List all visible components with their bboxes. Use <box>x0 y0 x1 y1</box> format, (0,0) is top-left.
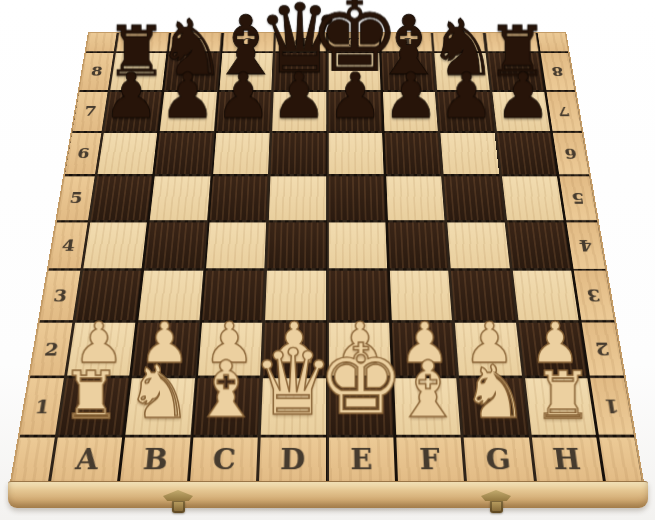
square-h1[interactable]: ♜ <box>525 378 596 434</box>
latch-hasp-icon <box>172 500 185 513</box>
rank-label-right-4: 4 <box>566 222 605 268</box>
file-label-bottom-f: F <box>396 437 464 482</box>
rank-label-right-1: 1 <box>590 378 634 434</box>
square-f4[interactable] <box>388 222 448 268</box>
piece-white-rook-h1[interactable]: ♜ <box>533 363 592 429</box>
piece-black-pawn-f7[interactable]: ♟ <box>383 64 439 127</box>
square-d6[interactable] <box>271 133 326 174</box>
square-f1[interactable]: ♝ <box>394 378 461 434</box>
square-e6[interactable] <box>328 133 383 174</box>
piece-black-pawn-d7[interactable]: ♟ <box>271 64 327 127</box>
piece-white-knight-g1[interactable]: ♞ <box>462 355 528 429</box>
square-g7[interactable]: ♟ <box>437 92 494 131</box>
square-e4[interactable] <box>328 222 387 268</box>
rank-label-right-7: 7 <box>547 92 582 131</box>
square-f7[interactable]: ♟ <box>383 92 438 131</box>
piece-white-king-e1[interactable]: ♚ <box>317 332 404 429</box>
border-corner-bottom-right <box>599 437 642 482</box>
piece-black-pawn-b7[interactable]: ♟ <box>159 64 215 127</box>
file-label-bottom-g: G <box>464 437 534 482</box>
photo-stage: ABCDEFGH8♜♞♝♛♚♝♞♜87♟♟♟♟♟♟♟♟7665544332♟♟♟… <box>0 0 655 520</box>
chess-board: ABCDEFGH8♜♞♝♛♚♝♞♜87♟♟♟♟♟♟♟♟7665544332♟♟♟… <box>12 33 642 482</box>
box-front-rail <box>8 481 648 508</box>
square-h4[interactable] <box>507 222 571 268</box>
piece-black-pawn-c7[interactable]: ♟ <box>215 64 271 127</box>
file-label-bottom-e: E <box>328 437 394 482</box>
piece-black-pawn-e7[interactable]: ♟ <box>327 64 383 127</box>
square-b1[interactable]: ♞ <box>126 378 195 434</box>
piece-white-rook-a1[interactable]: ♜ <box>62 363 121 429</box>
square-c6[interactable] <box>213 133 270 174</box>
latch-hasp-icon <box>490 500 503 513</box>
square-a4[interactable] <box>83 222 147 268</box>
square-e7[interactable]: ♟ <box>328 92 382 131</box>
piece-white-bishop-f1[interactable]: ♝ <box>393 351 463 429</box>
square-d5[interactable] <box>269 176 326 220</box>
square-g5[interactable] <box>444 176 504 220</box>
latch-plate-icon <box>481 490 511 501</box>
square-c4[interactable] <box>206 222 266 268</box>
square-d1[interactable]: ♛ <box>261 378 326 434</box>
rank-label-right-6: 6 <box>553 133 589 174</box>
file-label-bottom-d: D <box>259 437 325 482</box>
square-a5[interactable] <box>91 176 153 220</box>
square-g4[interactable] <box>447 222 509 268</box>
border-corner-bottom-left <box>12 437 55 482</box>
square-h5[interactable] <box>502 176 564 220</box>
square-d7[interactable]: ♟ <box>272 92 326 131</box>
rank-label-left-5: 5 <box>57 176 95 220</box>
square-e5[interactable] <box>328 176 385 220</box>
file-label-bottom-b: B <box>120 437 190 482</box>
square-g6[interactable] <box>441 133 499 174</box>
piece-black-pawn-h7[interactable]: ♟ <box>495 64 551 127</box>
square-a7[interactable]: ♟ <box>104 92 162 131</box>
square-b6[interactable] <box>155 133 213 174</box>
piece-white-knight-b1[interactable]: ♞ <box>126 355 192 429</box>
latch-plate-icon <box>163 490 193 501</box>
brass-latch-left <box>160 490 196 520</box>
piece-black-pawn-g7[interactable]: ♟ <box>439 64 495 127</box>
square-b5[interactable] <box>150 176 210 220</box>
square-h6[interactable] <box>497 133 557 174</box>
rank-label-left-6: 6 <box>65 133 101 174</box>
rank-label-right-5: 5 <box>559 176 597 220</box>
square-c1[interactable]: ♝ <box>193 378 260 434</box>
square-g1[interactable]: ♞ <box>459 378 528 434</box>
square-f6[interactable] <box>384 133 441 174</box>
square-b7[interactable]: ♟ <box>160 92 217 131</box>
square-d4[interactable] <box>267 222 326 268</box>
square-h7[interactable]: ♟ <box>492 92 550 131</box>
rank-label-left-1: 1 <box>20 378 64 434</box>
file-label-bottom-h: H <box>532 437 603 482</box>
square-a1[interactable]: ♜ <box>58 378 129 434</box>
file-label-bottom-a: A <box>51 437 122 482</box>
square-c5[interactable] <box>209 176 268 220</box>
brass-latch-right <box>478 490 514 520</box>
file-label-bottom-c: C <box>190 437 258 482</box>
square-e1[interactable]: ♚ <box>328 378 393 434</box>
rank-label-left-4: 4 <box>49 222 88 268</box>
square-f5[interactable] <box>386 176 445 220</box>
square-a6[interactable] <box>98 133 158 174</box>
scene: ABCDEFGH8♜♞♝♛♚♝♞♜87♟♟♟♟♟♟♟♟7665544332♟♟♟… <box>0 0 655 520</box>
piece-black-pawn-a7[interactable]: ♟ <box>103 64 159 127</box>
square-b4[interactable] <box>145 222 207 268</box>
piece-white-bishop-c1[interactable]: ♝ <box>191 351 261 429</box>
square-c7[interactable]: ♟ <box>216 92 271 131</box>
